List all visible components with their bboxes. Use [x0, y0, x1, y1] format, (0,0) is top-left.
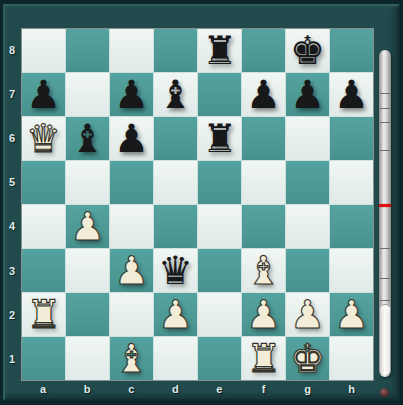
square-b7[interactable]: [66, 73, 109, 116]
square-d6[interactable]: [154, 117, 197, 160]
square-c2[interactable]: [110, 293, 153, 336]
square-d4[interactable]: [154, 205, 197, 248]
file-label-b: b: [65, 381, 109, 397]
square-f3[interactable]: ♝: [242, 249, 285, 292]
square-a2[interactable]: ♜: [22, 293, 65, 336]
square-a3[interactable]: [22, 249, 65, 292]
rank-label-2: 2: [4, 293, 20, 337]
square-b3[interactable]: [66, 249, 109, 292]
white-pawn-b4[interactable]: ♟: [70, 207, 105, 246]
square-h7[interactable]: ♟: [330, 73, 373, 116]
square-c5[interactable]: [110, 161, 153, 204]
square-c6[interactable]: ♟: [110, 117, 153, 160]
white-pawn-f2[interactable]: ♟: [246, 295, 281, 334]
eval-tick: [380, 300, 390, 301]
square-g4[interactable]: [286, 205, 329, 248]
black-king-g8[interactable]: ♚: [290, 31, 325, 70]
square-c1[interactable]: ♝: [110, 337, 153, 380]
black-bishop-d7[interactable]: ♝: [158, 75, 193, 114]
eval-meter: [379, 50, 391, 377]
square-f7[interactable]: ♟: [242, 73, 285, 116]
white-pawn-c3[interactable]: ♟: [114, 251, 149, 290]
square-h3[interactable]: [330, 249, 373, 292]
white-king-g1[interactable]: ♚: [290, 339, 325, 378]
rank-label-8: 8: [4, 28, 20, 72]
rank-label-7: 7: [4, 72, 20, 116]
square-e1[interactable]: [198, 337, 241, 380]
square-e7[interactable]: [198, 73, 241, 116]
square-g7[interactable]: ♟: [286, 73, 329, 116]
status-led-icon: [380, 388, 389, 397]
square-d2[interactable]: ♟: [154, 293, 197, 336]
square-c8[interactable]: [110, 29, 153, 72]
black-pawn-c7[interactable]: ♟: [114, 75, 149, 114]
black-pawn-a7[interactable]: ♟: [26, 75, 61, 114]
square-g6[interactable]: [286, 117, 329, 160]
square-d8[interactable]: [154, 29, 197, 72]
square-g2[interactable]: ♟: [286, 293, 329, 336]
black-queen-d3[interactable]: ♛: [158, 251, 193, 290]
square-f5[interactable]: [242, 161, 285, 204]
white-rook-f1[interactable]: ♜: [246, 339, 281, 378]
eval-tick: [380, 93, 390, 94]
square-e5[interactable]: [198, 161, 241, 204]
square-f4[interactable]: [242, 205, 285, 248]
square-d3[interactable]: ♛: [154, 249, 197, 292]
square-e6[interactable]: ♜: [198, 117, 241, 160]
square-g1[interactable]: ♚: [286, 337, 329, 380]
white-pawn-d2[interactable]: ♟: [158, 295, 193, 334]
square-e2[interactable]: [198, 293, 241, 336]
square-f6[interactable]: [242, 117, 285, 160]
file-label-a: a: [21, 381, 65, 397]
file-label-d: d: [153, 381, 197, 397]
square-e3[interactable]: [198, 249, 241, 292]
black-bishop-b6[interactable]: ♝: [70, 119, 105, 158]
square-b5[interactable]: [66, 161, 109, 204]
square-a7[interactable]: ♟: [22, 73, 65, 116]
white-pawn-h2[interactable]: ♟: [334, 295, 369, 334]
square-g3[interactable]: [286, 249, 329, 292]
file-label-h: h: [330, 381, 374, 397]
eval-tick: [380, 108, 390, 109]
square-c3[interactable]: ♟: [110, 249, 153, 292]
square-h8[interactable]: [330, 29, 373, 72]
square-h1[interactable]: [330, 337, 373, 380]
rank-label-5: 5: [4, 160, 20, 204]
black-pawn-c6[interactable]: ♟: [114, 119, 149, 158]
white-rook-a2[interactable]: ♜: [26, 295, 61, 334]
chess-board-window: ♜♚♟♟♝♟♟♟♛♝♟♜♟♟♛♝♜♟♟♟♟♝♜♚ 87654321abcdefg…: [0, 0, 403, 405]
eval-tick: [380, 150, 390, 151]
eval-tick: [380, 122, 390, 123]
square-b1[interactable]: [66, 337, 109, 380]
eval-tick: [380, 248, 390, 249]
rank-label-1: 1: [4, 337, 20, 381]
square-a4[interactable]: [22, 205, 65, 248]
square-b2[interactable]: [66, 293, 109, 336]
square-b8[interactable]: [66, 29, 109, 72]
eval-zero-marker: [379, 204, 391, 207]
square-h6[interactable]: [330, 117, 373, 160]
eval-tick: [380, 278, 390, 279]
black-rook-e6[interactable]: ♜: [202, 119, 237, 158]
white-pawn-g2[interactable]: ♟: [290, 295, 325, 334]
white-queen-a6[interactable]: ♛: [26, 119, 61, 158]
square-a6[interactable]: ♛: [22, 117, 65, 160]
square-g8[interactable]: ♚: [286, 29, 329, 72]
square-a8[interactable]: [22, 29, 65, 72]
square-f2[interactable]: ♟: [242, 293, 285, 336]
square-b4[interactable]: ♟: [66, 205, 109, 248]
square-f1[interactable]: ♜: [242, 337, 285, 380]
square-f8[interactable]: [242, 29, 285, 72]
black-rook-e8[interactable]: ♜: [202, 31, 237, 70]
file-label-c: c: [109, 381, 153, 397]
square-a1[interactable]: [22, 337, 65, 380]
square-h4[interactable]: [330, 205, 373, 248]
square-e8[interactable]: ♜: [198, 29, 241, 72]
black-pawn-g7[interactable]: ♟: [290, 75, 325, 114]
black-pawn-h7[interactable]: ♟: [334, 75, 369, 114]
square-h5[interactable]: [330, 161, 373, 204]
rank-label-6: 6: [4, 116, 20, 160]
square-a5[interactable]: [22, 161, 65, 204]
square-d7[interactable]: ♝: [154, 73, 197, 116]
square-d1[interactable]: [154, 337, 197, 380]
file-label-f: f: [242, 381, 286, 397]
black-pawn-f7[interactable]: ♟: [246, 75, 281, 114]
file-label-g: g: [286, 381, 330, 397]
square-g5[interactable]: [286, 161, 329, 204]
rank-label-3: 3: [4, 249, 20, 293]
chess-board: ♜♚♟♟♝♟♟♟♛♝♟♜♟♟♛♝♜♟♟♟♟♝♜♚: [21, 28, 374, 381]
square-e4[interactable]: [198, 205, 241, 248]
white-bishop-f3[interactable]: ♝: [246, 251, 281, 290]
file-label-e: e: [197, 381, 241, 397]
square-c4[interactable]: [110, 205, 153, 248]
rank-label-4: 4: [4, 204, 20, 248]
square-d5[interactable]: [154, 161, 197, 204]
eval-meter-thumb[interactable]: [380, 304, 390, 375]
white-bishop-c1[interactable]: ♝: [114, 339, 149, 378]
square-b6[interactable]: ♝: [66, 117, 109, 160]
square-h2[interactable]: ♟: [330, 293, 373, 336]
square-c7[interactable]: ♟: [110, 73, 153, 116]
